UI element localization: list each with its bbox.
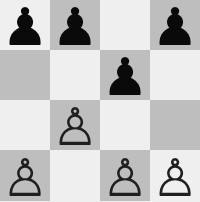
square-r1c1[interactable]: ♟	[0, 0, 50, 50]
square-r3c1[interactable]	[0, 100, 50, 150]
chess-board: ♟♟♟♟♙♙♙♙	[0, 0, 200, 201]
white-pawn[interactable]: ♙	[52, 101, 99, 150]
white-pawn[interactable]: ♙	[102, 152, 149, 202]
black-pawn[interactable]: ♟	[2, 1, 49, 50]
square-r4c2[interactable]	[50, 150, 100, 201]
square-r4c4[interactable]: ♙	[150, 150, 200, 201]
square-r3c3[interactable]	[100, 100, 150, 150]
chess-board-crop: ♟♟♟♟♙♙♙♙	[0, 0, 200, 201]
square-r3c4[interactable]	[150, 100, 200, 150]
black-pawn[interactable]: ♟	[152, 1, 199, 50]
black-pawn[interactable]: ♟	[52, 1, 99, 50]
square-r4c3[interactable]: ♙	[100, 150, 150, 201]
white-pawn[interactable]: ♙	[152, 152, 199, 202]
square-r4c1[interactable]: ♙	[0, 150, 50, 201]
white-pawn[interactable]: ♙	[2, 152, 49, 202]
square-r2c3[interactable]: ♟	[100, 50, 150, 100]
square-r2c1[interactable]	[0, 50, 50, 100]
square-r1c4[interactable]: ♟	[150, 0, 200, 50]
square-r1c2[interactable]: ♟	[50, 0, 100, 50]
square-r1c3[interactable]	[100, 0, 150, 50]
square-r2c2[interactable]	[50, 50, 100, 100]
black-pawn[interactable]: ♟	[102, 51, 149, 100]
square-r2c4[interactable]	[150, 50, 200, 100]
square-r3c2[interactable]: ♙	[50, 100, 100, 150]
